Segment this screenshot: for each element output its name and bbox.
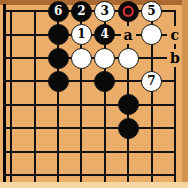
- white-stone: 1: [71, 24, 92, 45]
- black-stone: 4: [94, 24, 115, 45]
- move-number: 1: [72, 25, 91, 44]
- black-stone: [118, 94, 139, 115]
- white-stone: [94, 48, 115, 69]
- red-circle-mark: [123, 6, 134, 17]
- black-stone: [48, 24, 69, 45]
- point-label-c: c: [167, 26, 182, 44]
- go-board-diagram: acb6235147: [0, 0, 188, 188]
- board-frame-bottom: [0, 182, 188, 188]
- move-number: 2: [72, 2, 91, 21]
- black-stone: [48, 71, 69, 92]
- grid-line-vertical: [10, 10, 12, 182]
- move-number: 7: [142, 72, 161, 91]
- move-number: 6: [49, 2, 68, 21]
- black-stone: 6: [48, 1, 69, 22]
- black-stone: [94, 71, 115, 92]
- board-frame-right: [182, 0, 188, 188]
- black-stone: [48, 48, 69, 69]
- white-stone: [118, 48, 139, 69]
- point-label-a: a: [121, 26, 136, 44]
- black-stone: [118, 118, 139, 139]
- white-stone: [71, 48, 92, 69]
- black-stone: 2: [71, 1, 92, 22]
- grid-line-vertical: [34, 10, 36, 182]
- move-number: 3: [95, 2, 114, 21]
- white-stone: 5: [141, 1, 162, 22]
- board-frame-left-line: [3, 4, 6, 182]
- move-number: 5: [142, 2, 161, 21]
- point-label-b: b: [167, 49, 182, 67]
- white-stone: 7: [141, 71, 162, 92]
- black-stone: [118, 1, 139, 22]
- white-stone: 3: [94, 1, 115, 22]
- white-stone: [141, 24, 162, 45]
- move-number: 4: [95, 25, 114, 44]
